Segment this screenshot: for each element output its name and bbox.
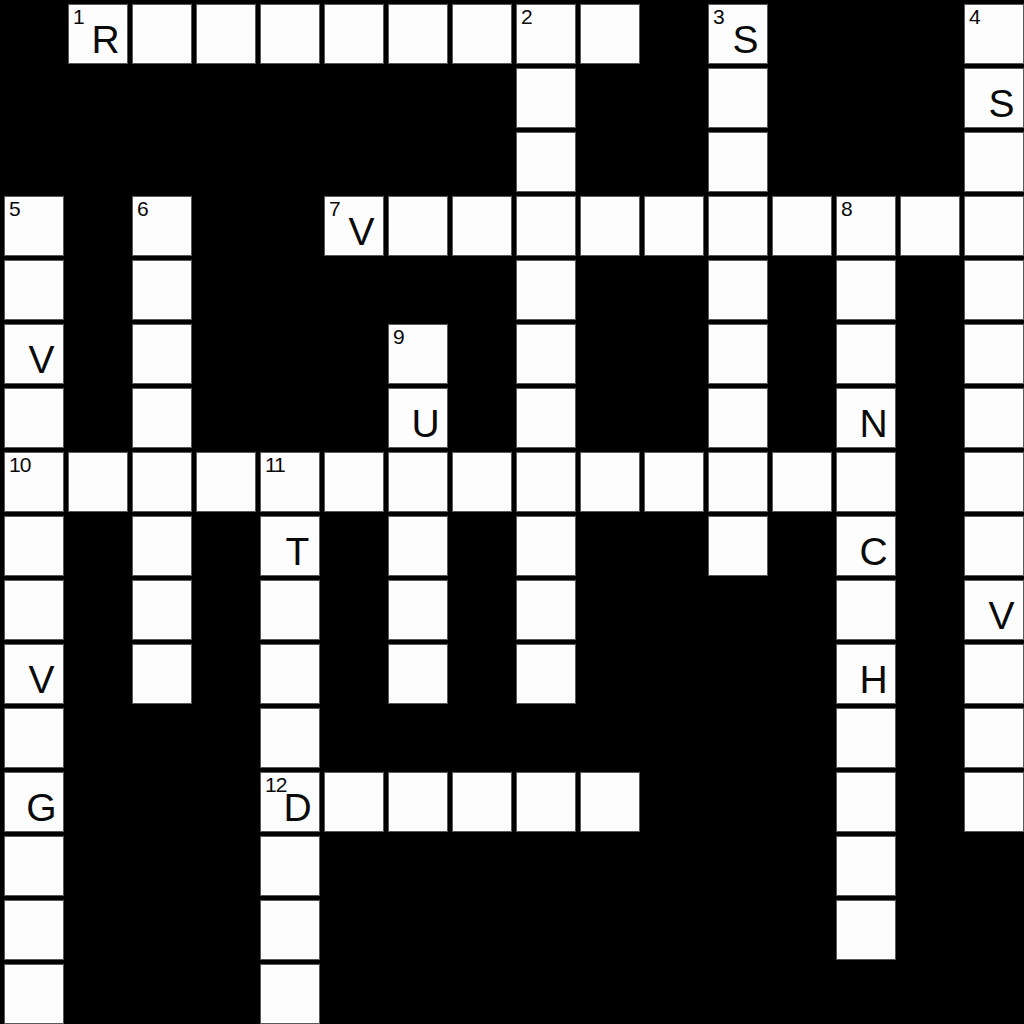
black-cell <box>68 196 128 256</box>
black-cell <box>580 964 640 1024</box>
black-cell <box>900 772 960 832</box>
cell-r11-c0[interactable] <box>4 708 64 768</box>
black-cell <box>772 132 832 192</box>
black-cell <box>772 4 832 64</box>
clue-number: 10 <box>9 454 30 475</box>
cell-r7-c12[interactable] <box>772 452 832 512</box>
black-cell <box>772 324 832 384</box>
black-cell <box>772 388 832 448</box>
black-cell <box>196 644 256 704</box>
cell-r8-c15[interactable] <box>964 516 1024 576</box>
black-cell <box>260 324 320 384</box>
cell-r7-c9[interactable] <box>580 452 640 512</box>
black-cell <box>644 388 704 448</box>
black-cell <box>324 388 384 448</box>
cell-r0-c5[interactable] <box>324 4 384 64</box>
black-cell <box>4 4 64 64</box>
cell-r4-c2[interactable] <box>132 260 192 320</box>
black-cell <box>772 836 832 896</box>
black-cell <box>580 644 640 704</box>
cell-r7-c7[interactable] <box>452 452 512 512</box>
black-cell <box>580 68 640 128</box>
cell-r12-c13[interactable] <box>836 772 896 832</box>
cell-r15-c0[interactable] <box>4 964 64 1024</box>
black-cell <box>644 708 704 768</box>
black-cell <box>900 516 960 576</box>
cell-r11-c15[interactable] <box>964 708 1024 768</box>
black-cell <box>772 644 832 704</box>
black-cell <box>900 68 960 128</box>
black-cell <box>68 260 128 320</box>
cell-r3-c14[interactable] <box>900 196 960 256</box>
black-cell <box>964 964 1024 1024</box>
cell-r9-c8[interactable] <box>516 580 576 640</box>
black-cell <box>132 68 192 128</box>
cell-r2-c15[interactable] <box>964 132 1024 192</box>
cell-r9-c2[interactable] <box>132 580 192 640</box>
black-cell <box>708 836 768 896</box>
black-cell <box>196 132 256 192</box>
black-cell <box>452 644 512 704</box>
cell-r7-c8[interactable] <box>516 452 576 512</box>
cell-r3-c12[interactable] <box>772 196 832 256</box>
cell-r0-c11[interactable]: 3S <box>708 4 768 64</box>
cell-r2-c11[interactable] <box>708 132 768 192</box>
black-cell <box>900 900 960 960</box>
black-cell <box>580 580 640 640</box>
black-cell <box>708 772 768 832</box>
black-cell <box>388 836 448 896</box>
cell-r3-c15[interactable] <box>964 196 1024 256</box>
black-cell <box>964 900 1024 960</box>
cell-r3-c0[interactable]: 5 <box>4 196 64 256</box>
black-cell <box>708 708 768 768</box>
black-cell <box>772 964 832 1024</box>
black-cell <box>260 132 320 192</box>
cell-r0-c15[interactable]: 4 <box>964 4 1024 64</box>
black-cell <box>580 324 640 384</box>
cell-r12-c9[interactable] <box>580 772 640 832</box>
black-cell <box>900 4 960 64</box>
black-cell <box>452 132 512 192</box>
black-cell <box>132 772 192 832</box>
black-cell <box>900 836 960 896</box>
black-cell <box>324 516 384 576</box>
black-cell <box>644 644 704 704</box>
black-cell <box>964 836 1024 896</box>
black-cell <box>900 580 960 640</box>
cell-r1-c11[interactable] <box>708 68 768 128</box>
cell-r11-c4[interactable] <box>260 708 320 768</box>
cell-r1-c8[interactable] <box>516 68 576 128</box>
cell-r5-c2[interactable] <box>132 324 192 384</box>
black-cell <box>260 68 320 128</box>
cell-r9-c15[interactable]: V <box>964 580 1024 640</box>
black-cell <box>900 964 960 1024</box>
black-cell <box>516 836 576 896</box>
black-cell <box>132 836 192 896</box>
cell-r14-c13[interactable] <box>836 900 896 960</box>
cell-r12-c15[interactable] <box>964 772 1024 832</box>
black-cell <box>68 900 128 960</box>
black-cell <box>644 836 704 896</box>
black-cell <box>4 132 64 192</box>
black-cell <box>644 580 704 640</box>
cell-r4-c13[interactable] <box>836 260 896 320</box>
filled-letter: H <box>859 659 887 698</box>
cell-r0-c4[interactable] <box>260 4 320 64</box>
black-cell <box>580 708 640 768</box>
cell-r3-c6[interactable] <box>388 196 448 256</box>
black-cell <box>644 324 704 384</box>
black-cell <box>68 580 128 640</box>
cell-r13-c13[interactable] <box>836 836 896 896</box>
cell-r6-c2[interactable] <box>132 388 192 448</box>
black-cell <box>68 708 128 768</box>
black-cell <box>452 964 512 1024</box>
black-cell <box>68 644 128 704</box>
black-cell <box>196 324 256 384</box>
black-cell <box>68 324 128 384</box>
clue-number: 3 <box>713 6 724 27</box>
black-cell <box>196 388 256 448</box>
cell-r6-c13[interactable]: N <box>836 388 896 448</box>
black-cell <box>708 644 768 704</box>
cell-r8-c2[interactable] <box>132 516 192 576</box>
cell-r12-c8[interactable] <box>516 772 576 832</box>
cell-r7-c15[interactable] <box>964 452 1024 512</box>
cell-r3-c10[interactable] <box>644 196 704 256</box>
black-cell <box>644 900 704 960</box>
filled-letter: C <box>859 531 887 570</box>
black-cell <box>260 196 320 256</box>
cell-r10-c13[interactable]: H <box>836 644 896 704</box>
cell-r5-c8[interactable] <box>516 324 576 384</box>
cell-r7-c11[interactable] <box>708 452 768 512</box>
black-cell <box>324 836 384 896</box>
cell-r14-c4[interactable] <box>260 900 320 960</box>
cell-r3-c13[interactable]: 8 <box>836 196 896 256</box>
cell-r3-c7[interactable] <box>452 196 512 256</box>
filled-letter: U <box>411 403 439 442</box>
black-cell <box>196 196 256 256</box>
black-cell <box>388 260 448 320</box>
cell-r0-c1[interactable]: 1R <box>68 4 128 64</box>
black-cell <box>388 708 448 768</box>
cell-r0-c9[interactable] <box>580 4 640 64</box>
clue-number: 7 <box>329 198 340 219</box>
black-cell <box>260 388 320 448</box>
cell-r12-c0[interactable]: G <box>4 772 64 832</box>
cell-r7-c2[interactable] <box>132 452 192 512</box>
filled-letter: V <box>29 339 55 378</box>
cell-r7-c13[interactable] <box>836 452 896 512</box>
black-cell <box>132 964 192 1024</box>
filled-letter: N <box>859 403 887 442</box>
black-cell <box>452 580 512 640</box>
filled-letter: V <box>989 595 1015 634</box>
clue-number: 8 <box>841 198 852 219</box>
cell-r13-c4[interactable] <box>260 836 320 896</box>
black-cell <box>772 68 832 128</box>
black-cell <box>324 708 384 768</box>
black-cell <box>68 772 128 832</box>
cell-r6-c6[interactable]: U <box>388 388 448 448</box>
cell-r5-c6[interactable]: 9 <box>388 324 448 384</box>
black-cell <box>900 324 960 384</box>
black-cell <box>772 580 832 640</box>
cell-r6-c15[interactable] <box>964 388 1024 448</box>
black-cell <box>196 708 256 768</box>
black-cell <box>452 324 512 384</box>
cell-r9-c13[interactable] <box>836 580 896 640</box>
black-cell <box>452 708 512 768</box>
cell-r8-c0[interactable] <box>4 516 64 576</box>
black-cell <box>324 964 384 1024</box>
black-cell <box>324 260 384 320</box>
filled-letter: R <box>91 19 119 58</box>
black-cell <box>324 132 384 192</box>
black-cell <box>452 388 512 448</box>
black-cell <box>388 964 448 1024</box>
filled-letter: D <box>283 787 311 826</box>
cell-r12-c4[interactable]: 12D <box>260 772 320 832</box>
black-cell <box>68 516 128 576</box>
black-cell <box>772 900 832 960</box>
cell-r9-c0[interactable] <box>4 580 64 640</box>
black-cell <box>132 132 192 192</box>
clue-number: 5 <box>9 198 20 219</box>
black-cell <box>196 516 256 576</box>
cell-r0-c6[interactable] <box>388 4 448 64</box>
black-cell <box>644 964 704 1024</box>
cell-r8-c13[interactable]: C <box>836 516 896 576</box>
black-cell <box>388 68 448 128</box>
black-cell <box>836 964 896 1024</box>
filled-letter: V <box>349 211 375 250</box>
cell-r8-c8[interactable] <box>516 516 576 576</box>
crossword-page: 1R23S4S567V8V9UN1011TCVVHG12D <box>0 0 1024 1024</box>
black-cell <box>644 772 704 832</box>
black-cell <box>772 708 832 768</box>
black-cell <box>324 644 384 704</box>
cell-r10-c4[interactable] <box>260 644 320 704</box>
cell-r2-c8[interactable] <box>516 132 576 192</box>
cell-r5-c13[interactable] <box>836 324 896 384</box>
black-cell <box>900 644 960 704</box>
black-cell <box>580 836 640 896</box>
cell-r3-c8[interactable] <box>516 196 576 256</box>
black-cell <box>324 68 384 128</box>
cell-r11-c13[interactable] <box>836 708 896 768</box>
black-cell <box>68 388 128 448</box>
cell-r4-c8[interactable] <box>516 260 576 320</box>
cell-r3-c9[interactable] <box>580 196 640 256</box>
black-cell <box>388 132 448 192</box>
black-cell <box>324 900 384 960</box>
cell-r6-c8[interactable] <box>516 388 576 448</box>
black-cell <box>196 772 256 832</box>
black-cell <box>68 964 128 1024</box>
black-cell <box>516 964 576 1024</box>
cell-r3-c2[interactable]: 6 <box>132 196 192 256</box>
cell-r9-c6[interactable] <box>388 580 448 640</box>
filled-letter: G <box>26 787 56 826</box>
cell-r4-c15[interactable] <box>964 260 1024 320</box>
cell-r10-c0[interactable]: V <box>4 644 64 704</box>
clue-number: 6 <box>137 198 148 219</box>
cell-r5-c15[interactable] <box>964 324 1024 384</box>
black-cell <box>900 388 960 448</box>
black-cell <box>196 964 256 1024</box>
cell-r6-c11[interactable] <box>708 388 768 448</box>
black-cell <box>900 452 960 512</box>
black-cell <box>772 772 832 832</box>
black-cell <box>324 580 384 640</box>
black-cell <box>580 388 640 448</box>
black-cell <box>836 132 896 192</box>
black-cell <box>580 260 640 320</box>
cell-r10-c6[interactable] <box>388 644 448 704</box>
black-cell <box>324 324 384 384</box>
clue-number: 9 <box>393 326 404 347</box>
clue-number: 11 <box>265 454 285 475</box>
cell-r3-c5[interactable]: 7V <box>324 196 384 256</box>
black-cell <box>580 900 640 960</box>
black-cell <box>196 580 256 640</box>
cell-r15-c4[interactable] <box>260 964 320 1024</box>
black-cell <box>132 708 192 768</box>
cell-r13-c0[interactable] <box>4 836 64 896</box>
black-cell <box>644 260 704 320</box>
black-cell <box>772 260 832 320</box>
cell-r6-c0[interactable] <box>4 388 64 448</box>
cell-r10-c15[interactable] <box>964 644 1024 704</box>
cell-r3-c11[interactable] <box>708 196 768 256</box>
cell-r4-c11[interactable] <box>708 260 768 320</box>
black-cell <box>452 260 512 320</box>
cell-r7-c4[interactable]: 11 <box>260 452 320 512</box>
black-cell <box>644 68 704 128</box>
cell-r7-c1[interactable] <box>68 452 128 512</box>
black-cell <box>772 516 832 576</box>
filled-letter: S <box>733 19 759 58</box>
black-cell <box>68 836 128 896</box>
black-cell <box>516 900 576 960</box>
black-cell <box>900 708 960 768</box>
cell-r7-c5[interactable] <box>324 452 384 512</box>
clue-number: 2 <box>521 6 532 27</box>
black-cell <box>836 4 896 64</box>
cell-r0-c8[interactable]: 2 <box>516 4 576 64</box>
black-cell <box>644 132 704 192</box>
cell-r7-c0[interactable]: 10 <box>4 452 64 512</box>
cell-r0-c7[interactable] <box>452 4 512 64</box>
cell-r5-c0[interactable]: V <box>4 324 64 384</box>
cell-r7-c3[interactable] <box>196 452 256 512</box>
black-cell <box>196 68 256 128</box>
filled-letter: V <box>29 659 55 698</box>
filled-letter: S <box>989 83 1015 122</box>
black-cell <box>68 132 128 192</box>
black-cell <box>900 132 960 192</box>
black-cell <box>452 516 512 576</box>
black-cell <box>196 900 256 960</box>
cell-r8-c6[interactable] <box>388 516 448 576</box>
cell-r12-c7[interactable] <box>452 772 512 832</box>
black-cell <box>388 900 448 960</box>
filled-letter: T <box>286 531 310 570</box>
cell-r14-c0[interactable] <box>4 900 64 960</box>
black-cell <box>708 900 768 960</box>
black-cell <box>452 68 512 128</box>
cell-r12-c5[interactable] <box>324 772 384 832</box>
black-cell <box>836 68 896 128</box>
cell-r5-c11[interactable] <box>708 324 768 384</box>
black-cell <box>708 580 768 640</box>
cell-r9-c4[interactable] <box>260 580 320 640</box>
black-cell <box>452 836 512 896</box>
cell-r10-c8[interactable] <box>516 644 576 704</box>
black-cell <box>132 900 192 960</box>
black-cell <box>900 260 960 320</box>
cell-r1-c15[interactable]: S <box>964 68 1024 128</box>
black-cell <box>644 4 704 64</box>
black-cell <box>68 68 128 128</box>
cell-r10-c2[interactable] <box>132 644 192 704</box>
black-cell <box>580 516 640 576</box>
black-cell <box>708 964 768 1024</box>
black-cell <box>644 516 704 576</box>
cell-r7-c10[interactable] <box>644 452 704 512</box>
clue-number: 4 <box>969 6 980 27</box>
black-cell <box>4 68 64 128</box>
cell-r12-c6[interactable] <box>388 772 448 832</box>
cell-r8-c4[interactable]: T <box>260 516 320 576</box>
black-cell <box>196 260 256 320</box>
black-cell <box>580 132 640 192</box>
black-cell <box>260 260 320 320</box>
clue-number: 1 <box>73 6 84 27</box>
cell-r4-c0[interactable] <box>4 260 64 320</box>
cell-r0-c2[interactable] <box>132 4 192 64</box>
cell-r0-c3[interactable] <box>196 4 256 64</box>
black-cell <box>196 836 256 896</box>
black-cell <box>516 708 576 768</box>
crossword-grid: 1R23S4S567V8V9UN1011TCVVHG12D <box>0 0 1024 1024</box>
cell-r8-c11[interactable] <box>708 516 768 576</box>
cell-r7-c6[interactable] <box>388 452 448 512</box>
black-cell <box>452 900 512 960</box>
